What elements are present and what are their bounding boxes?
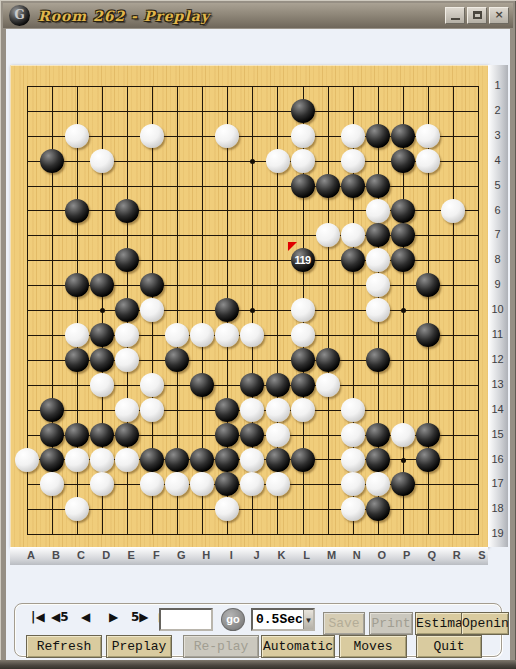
navigation-row: |◀◀5◀▶5▶▶|go0.5Sec▼SavePrintEstimateOpen… [15,608,501,632]
column-label: N [349,549,365,561]
column-label: Q [424,549,440,561]
stone-black [316,348,340,372]
stone-white [266,149,290,173]
nav-first-button[interactable]: |◀ [31,610,45,624]
row-label: 1 [488,79,507,91]
column-label: A [23,549,39,561]
preplay-button[interactable]: Preplay [106,635,172,658]
stone-white [190,472,214,496]
row-label: 14 [488,403,507,415]
stone-black [40,149,64,173]
column-label: J [248,549,264,561]
stone-black [140,273,164,297]
stone-white [341,149,365,173]
column-label: B [48,549,64,561]
stone-black [90,323,114,347]
stone-black [40,398,64,422]
column-labels: ABCDEFGHIJKLMNOPQRS [10,547,488,565]
stone-black [165,448,189,472]
stone-white [140,298,164,322]
board-grid[interactable]: 119 [27,86,479,535]
moves-button[interactable]: Moves [339,635,407,658]
stone-black [40,423,64,447]
stone-white [266,423,290,447]
row-label: 6 [488,204,507,216]
column-label: M [324,549,340,561]
window-title: Room 262 - Preplay [38,8,210,24]
stone-white [366,273,390,297]
row-label: 17 [488,477,507,489]
stone-black [165,348,189,372]
stone-black [391,248,415,272]
stone-black [215,298,239,322]
stone-white [291,398,315,422]
stone-black [391,199,415,223]
stone-white [341,398,365,422]
column-label: E [123,549,139,561]
stone-white [115,323,139,347]
row-label: 19 [488,527,507,539]
row-label: 8 [488,253,507,265]
stone-white [165,472,189,496]
stone-black [65,273,89,297]
nav-back-5-button[interactable]: ◀5 [51,610,69,624]
stone-white [90,373,114,397]
hoshi-star-point [401,458,406,463]
column-label: H [198,549,214,561]
stone-white [341,223,365,247]
stone-black [65,423,89,447]
stone-white [65,124,89,148]
window-bottom-edge [0,660,516,669]
column-label: G [173,549,189,561]
stone-white [291,298,315,322]
control-panel: |◀◀5◀▶5▶▶|go0.5Sec▼SavePrintEstimateOpen… [14,603,502,657]
stone-black [215,472,239,496]
stone-black [416,448,440,472]
stone-white [441,199,465,223]
column-label: I [223,549,239,561]
stone-black [366,174,390,198]
minimize-button[interactable] [445,7,465,24]
re-play-button: Re-play [183,635,259,658]
row-labels: 12345678910111213141516171819 [488,65,508,547]
column-label: S [474,549,490,561]
stone-white [140,124,164,148]
stone-white [65,323,89,347]
stone-black [391,223,415,247]
column-label: D [98,549,114,561]
column-label: F [148,549,164,561]
delay-select[interactable]: 0.5Sec▼ [251,608,315,631]
stone-black [115,248,139,272]
stone-black [316,174,340,198]
stone-black [391,124,415,148]
stone-white [341,472,365,496]
stone-white [341,124,365,148]
stone-white [391,423,415,447]
stone-white [240,448,264,472]
move-number: 119 [291,248,315,272]
stone-white [115,398,139,422]
stone-white [366,248,390,272]
hoshi-star-point [250,159,255,164]
stone-white [90,472,114,496]
nav-forward-5-button[interactable]: 5▶ [131,610,149,624]
stone-white [215,497,239,521]
stone-white [316,373,340,397]
estimate-button[interactable]: Estimate [415,612,463,635]
print-button: Print [369,612,413,635]
client-area: 119 ABCDEFGHIJKLMNOPQRS 1234567891011121… [6,28,510,660]
stone-black [341,248,365,272]
stone-white [291,124,315,148]
opening-button[interactable]: Opening [461,612,509,635]
row-label: 15 [488,428,507,440]
stone-black [190,373,214,397]
stone-black [115,199,139,223]
row-label: 12 [488,353,507,365]
row-label: 4 [488,154,507,166]
hoshi-star-point [401,308,406,313]
stone-black [341,174,365,198]
stone-black [215,448,239,472]
stone-white [140,373,164,397]
maximize-icon [473,11,482,19]
stone-white [115,348,139,372]
stone-white [90,149,114,173]
app-window: G Room 262 - Preplay × 119 ABCDEFGHIJKLM… [0,0,516,669]
stone-white [366,199,390,223]
stone-black [416,273,440,297]
stone-black [90,348,114,372]
window-controls: × [445,7,509,24]
stone-white [165,323,189,347]
stone-black [190,448,214,472]
stone-black [65,199,89,223]
stone-black [240,373,264,397]
stone-black [90,273,114,297]
stone-white [15,448,39,472]
move-number-input[interactable] [159,608,213,631]
hoshi-star-point [250,308,255,313]
stone-black [366,497,390,521]
stone-white [366,472,390,496]
stone-black [291,99,315,123]
go-board: 119 [10,65,488,547]
save-button: Save [323,612,365,635]
quit-button[interactable]: Quit [416,635,482,658]
stone-black [215,398,239,422]
stone-white [40,472,64,496]
stone-black: 119 [291,248,315,272]
row-label: 16 [488,453,507,465]
stone-white [240,398,264,422]
stone-white [416,124,440,148]
stone-white [341,448,365,472]
stone-black [416,323,440,347]
app-logo-icon: G [9,5,30,26]
stone-white [65,497,89,521]
stone-white [215,124,239,148]
row-label: 5 [488,179,507,191]
chevron-down-icon[interactable]: ▼ [303,610,313,629]
close-button[interactable]: × [489,7,509,24]
stone-black [366,448,390,472]
stone-white [240,323,264,347]
stone-white [266,472,290,496]
column-label: K [274,549,290,561]
stone-black [291,448,315,472]
stone-white [341,497,365,521]
hoshi-star-point [100,308,105,313]
stone-black [366,223,390,247]
stone-white [291,149,315,173]
title-bar[interactable]: G Room 262 - Preplay × [3,3,513,28]
stone-black [366,348,390,372]
stone-white [341,423,365,447]
stone-white [115,448,139,472]
row-label: 13 [488,378,507,390]
stone-black [391,149,415,173]
row-label: 7 [488,228,507,240]
stone-black [291,348,315,372]
stone-black [90,423,114,447]
stone-black [115,298,139,322]
stone-black [115,423,139,447]
row-label: 11 [488,328,507,340]
row-label: 2 [488,104,507,116]
delay-select-value: 0.5Sec [253,610,303,629]
automatic-button[interactable]: Automatic [261,635,335,658]
row-label: 9 [488,278,507,290]
column-label: R [449,549,465,561]
stone-white [140,472,164,496]
column-label: O [374,549,390,561]
stone-black [291,174,315,198]
stone-black [215,423,239,447]
row-label: 18 [488,502,507,514]
stone-white [240,472,264,496]
stone-white [65,448,89,472]
stone-black [416,423,440,447]
stone-black [366,423,390,447]
stone-white [90,448,114,472]
stone-black [40,448,64,472]
row-label: 10 [488,303,507,315]
stone-black [391,472,415,496]
stone-black [140,448,164,472]
column-label: P [399,549,415,561]
stone-black [65,348,89,372]
stone-black [366,124,390,148]
nav-back-1-button[interactable]: ◀ [81,610,90,624]
column-label: L [299,549,315,561]
stone-black [266,373,290,397]
stone-white [266,398,290,422]
row-label: 3 [488,129,507,141]
stone-white [215,323,239,347]
nav-forward-1-button[interactable]: ▶ [109,610,118,624]
stone-white [416,149,440,173]
stone-black [240,423,264,447]
refresh-button[interactable]: Refresh [26,635,102,658]
minimize-icon [451,18,460,20]
stone-black [266,448,290,472]
stone-white [366,298,390,322]
go-button[interactable]: go [221,608,245,631]
stone-white [316,223,340,247]
stone-white [291,323,315,347]
column-label: C [73,549,89,561]
maximize-button[interactable] [467,7,487,24]
stone-white [190,323,214,347]
stone-black [291,373,315,397]
stone-white [140,398,164,422]
